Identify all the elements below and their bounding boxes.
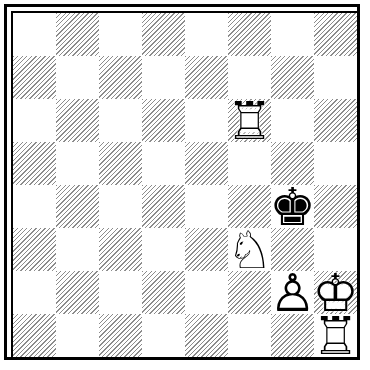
square-a1	[13, 314, 56, 357]
square-g8	[271, 13, 314, 56]
square-h1: ♜♖	[314, 314, 357, 357]
square-f5	[228, 142, 271, 185]
square-d3	[142, 228, 185, 271]
square-g1	[271, 314, 314, 357]
square-b5	[56, 142, 99, 185]
white-rook-piece: ♖	[314, 314, 357, 357]
square-e5	[185, 142, 228, 185]
white-knight-fill: ♞	[228, 228, 271, 271]
square-a8	[13, 13, 56, 56]
square-e2	[185, 271, 228, 314]
square-b3	[56, 228, 99, 271]
square-b7	[56, 56, 99, 99]
square-b8	[56, 13, 99, 56]
square-a5	[13, 142, 56, 185]
square-e7	[185, 56, 228, 99]
square-b1	[56, 314, 99, 357]
square-f6: ♜♖	[228, 99, 271, 142]
square-g2: ♟♙	[271, 271, 314, 314]
black-king-fill: ♚	[271, 185, 314, 228]
square-h6	[314, 99, 357, 142]
square-a3	[13, 228, 56, 271]
square-d5	[142, 142, 185, 185]
square-h2: ♚♔	[314, 271, 357, 314]
square-h4	[314, 185, 357, 228]
square-g3	[271, 228, 314, 271]
chess-board: ♜♖♚♚♞♘♟♙♚♔♜♖	[13, 13, 357, 357]
square-f2	[228, 271, 271, 314]
square-f3: ♞♘	[228, 228, 271, 271]
board-inner-frame: ♜♖♚♚♞♘♟♙♚♔♜♖	[11, 11, 359, 359]
square-g7	[271, 56, 314, 99]
square-d8	[142, 13, 185, 56]
square-f7	[228, 56, 271, 99]
white-king-piece: ♔	[314, 271, 357, 314]
square-g5	[271, 142, 314, 185]
square-c7	[99, 56, 142, 99]
square-h5	[314, 142, 357, 185]
square-c8	[99, 13, 142, 56]
square-b4	[56, 185, 99, 228]
square-c2	[99, 271, 142, 314]
square-f1	[228, 314, 271, 357]
square-d6	[142, 99, 185, 142]
square-c1	[99, 314, 142, 357]
square-c3	[99, 228, 142, 271]
white-rook-fill: ♜	[228, 99, 271, 142]
square-c6	[99, 99, 142, 142]
white-rook-fill: ♜	[314, 314, 357, 357]
square-f8	[228, 13, 271, 56]
white-rook-piece: ♖	[228, 99, 271, 142]
white-king-fill: ♚	[314, 271, 357, 314]
square-b2	[56, 271, 99, 314]
square-g4: ♚♚	[271, 185, 314, 228]
square-d1	[142, 314, 185, 357]
square-e8	[185, 13, 228, 56]
square-d4	[142, 185, 185, 228]
square-h8	[314, 13, 357, 56]
square-c4	[99, 185, 142, 228]
square-f4	[228, 185, 271, 228]
square-e4	[185, 185, 228, 228]
square-g6	[271, 99, 314, 142]
square-b6	[56, 99, 99, 142]
square-a4	[13, 185, 56, 228]
square-a6	[13, 99, 56, 142]
square-e1	[185, 314, 228, 357]
square-d2	[142, 271, 185, 314]
square-h7	[314, 56, 357, 99]
square-d7	[142, 56, 185, 99]
square-e3	[185, 228, 228, 271]
white-pawn-fill: ♟	[271, 271, 314, 314]
square-h3	[314, 228, 357, 271]
square-e6	[185, 99, 228, 142]
square-a7	[13, 56, 56, 99]
black-king-piece: ♚	[271, 185, 314, 228]
square-a2	[13, 271, 56, 314]
square-c5	[99, 142, 142, 185]
white-knight-piece: ♘	[228, 228, 271, 271]
chess-diagram: ♜♖♚♚♞♘♟♙♚♔♜♖	[0, 0, 370, 370]
white-pawn-piece: ♙	[271, 271, 314, 314]
